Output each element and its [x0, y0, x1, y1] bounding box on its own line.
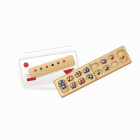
marble-red [81, 79, 85, 83]
marble-black [96, 71, 100, 75]
marble-red [120, 55, 124, 59]
marble-navy [73, 84, 77, 88]
box-title-label [27, 77, 36, 81]
box-art-pit [56, 61, 60, 65]
box-art-pit [44, 65, 48, 69]
marble-black [105, 67, 109, 71]
marble-navy [86, 68, 90, 72]
marble-navy [102, 60, 106, 64]
box-art-pit [62, 59, 66, 63]
marble-red [109, 56, 113, 60]
marble-navy [89, 75, 93, 79]
box-art-pit [39, 66, 43, 70]
box-art-pit [33, 68, 37, 72]
box-art-pit [50, 63, 54, 67]
brand-logo-icon [23, 62, 29, 68]
marble-navy [62, 85, 66, 89]
product-photo-scene [0, 0, 140, 140]
marble-amber [69, 77, 73, 81]
